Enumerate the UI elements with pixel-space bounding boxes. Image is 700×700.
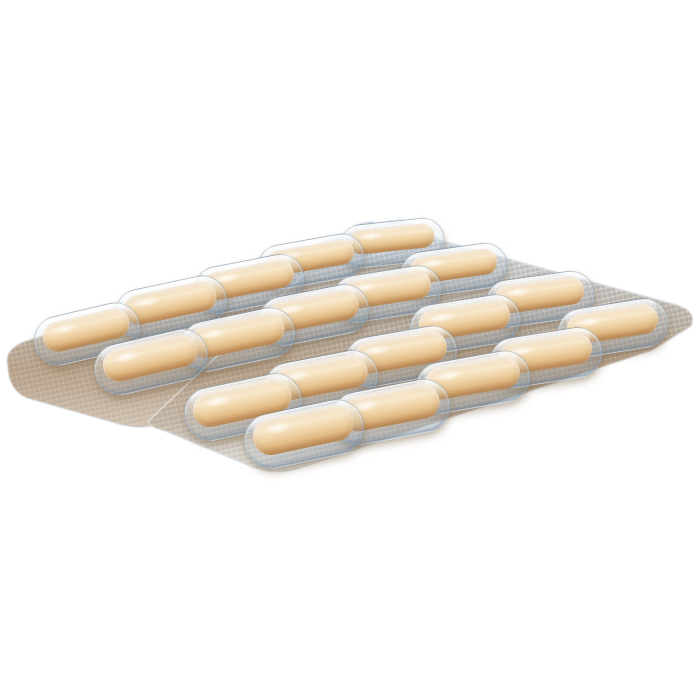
pill-layer xyxy=(0,0,700,700)
product-photo xyxy=(0,0,700,700)
